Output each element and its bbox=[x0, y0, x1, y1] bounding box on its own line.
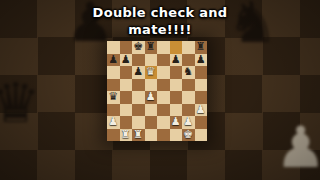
square-h1[interactable] bbox=[195, 129, 208, 142]
square-a6[interactable] bbox=[107, 66, 120, 79]
square-d5[interactable] bbox=[145, 79, 158, 92]
square-g2[interactable]: ♟ bbox=[182, 116, 195, 129]
black-pawn-c6: ♟ bbox=[132, 66, 145, 79]
square-f8[interactable] bbox=[170, 41, 183, 54]
square-b4[interactable] bbox=[120, 91, 133, 104]
white-rook-b1: ♜ bbox=[120, 129, 133, 142]
background-black-queen-silhouette-icon: ♛ bbox=[0, 76, 40, 131]
square-f1[interactable] bbox=[170, 129, 183, 142]
black-pawn-a7: ♟ bbox=[107, 54, 120, 67]
square-c4[interactable] bbox=[132, 91, 145, 104]
square-b6[interactable] bbox=[120, 66, 133, 79]
square-d2[interactable] bbox=[145, 116, 158, 129]
square-h5[interactable] bbox=[195, 79, 208, 92]
white-pawn-a2: ♟ bbox=[107, 116, 120, 129]
square-g8[interactable] bbox=[182, 41, 195, 54]
square-g1[interactable]: ♚ bbox=[182, 129, 195, 142]
square-d4[interactable]: ♟ bbox=[145, 91, 158, 104]
square-d1[interactable] bbox=[145, 129, 158, 142]
square-d3[interactable] bbox=[145, 104, 158, 117]
white-pawn-h3: ♟ bbox=[195, 104, 208, 117]
square-e5[interactable] bbox=[157, 79, 170, 92]
square-g3[interactable] bbox=[182, 104, 195, 117]
square-e3[interactable] bbox=[157, 104, 170, 117]
white-pawn-d4: ♟ bbox=[145, 91, 158, 104]
black-knight-g6: ♞ bbox=[182, 66, 195, 79]
square-e8[interactable] bbox=[157, 41, 170, 54]
square-c6[interactable]: ♟ bbox=[132, 66, 145, 79]
square-a5[interactable] bbox=[107, 79, 120, 92]
square-c1[interactable]: ♜ bbox=[132, 129, 145, 142]
black-rook-d8: ♜ bbox=[145, 41, 158, 54]
square-g5[interactable] bbox=[182, 79, 195, 92]
square-h2[interactable] bbox=[195, 116, 208, 129]
black-pawn-h7: ♟ bbox=[195, 54, 208, 67]
caption: Double check and mate!!!! bbox=[6, 4, 314, 38]
square-f6[interactable] bbox=[170, 66, 183, 79]
black-queen-a4: ♛ bbox=[107, 91, 120, 104]
square-f7[interactable]: ♟ bbox=[170, 54, 183, 67]
square-h4[interactable] bbox=[195, 91, 208, 104]
square-e2[interactable] bbox=[157, 116, 170, 129]
video-frame: ♟♞♛♟ Double check and mate!!!! ♚♜♜♟♟♟♟♟♛… bbox=[0, 0, 320, 180]
square-f5[interactable] bbox=[170, 79, 183, 92]
square-e4[interactable] bbox=[157, 91, 170, 104]
caption-line-1: Double check and bbox=[6, 4, 314, 21]
square-a1[interactable] bbox=[107, 129, 120, 142]
square-c5[interactable] bbox=[132, 79, 145, 92]
white-king-g1: ♚ bbox=[182, 129, 195, 142]
square-b1[interactable]: ♜ bbox=[120, 129, 133, 142]
square-b2[interactable] bbox=[120, 116, 133, 129]
square-c2[interactable] bbox=[132, 116, 145, 129]
square-b5[interactable] bbox=[120, 79, 133, 92]
square-h7[interactable]: ♟ bbox=[195, 54, 208, 67]
square-h6[interactable] bbox=[195, 66, 208, 79]
square-g7[interactable] bbox=[182, 54, 195, 67]
square-e7[interactable] bbox=[157, 54, 170, 67]
square-a8[interactable] bbox=[107, 41, 120, 54]
black-rook-h8: ♜ bbox=[195, 41, 208, 54]
square-h8[interactable]: ♜ bbox=[195, 41, 208, 54]
square-a4[interactable]: ♛ bbox=[107, 91, 120, 104]
square-e1[interactable] bbox=[157, 129, 170, 142]
square-f2[interactable]: ♟ bbox=[170, 116, 183, 129]
black-pawn-b7: ♟ bbox=[120, 54, 133, 67]
white-rook-c1: ♜ bbox=[132, 129, 145, 142]
square-a7[interactable]: ♟ bbox=[107, 54, 120, 67]
square-b7[interactable]: ♟ bbox=[120, 54, 133, 67]
square-a3[interactable] bbox=[107, 104, 120, 117]
square-b3[interactable] bbox=[120, 104, 133, 117]
caption-line-2: mate!!!! bbox=[6, 21, 314, 38]
white-queen-d6: ♛ bbox=[145, 66, 158, 79]
square-a2[interactable]: ♟ bbox=[107, 116, 120, 129]
black-pawn-f7: ♟ bbox=[170, 54, 183, 67]
background-white-pawn-silhouette-icon: ♟ bbox=[275, 119, 320, 176]
white-pawn-f2: ♟ bbox=[170, 116, 183, 129]
square-d6[interactable]: ♛ bbox=[145, 66, 158, 79]
square-h3[interactable]: ♟ bbox=[195, 104, 208, 117]
square-e6[interactable] bbox=[157, 66, 170, 79]
square-d8[interactable]: ♜ bbox=[145, 41, 158, 54]
square-g6[interactable]: ♞ bbox=[182, 66, 195, 79]
square-c8[interactable]: ♚ bbox=[132, 41, 145, 54]
square-f3[interactable] bbox=[170, 104, 183, 117]
chess-board[interactable]: ♚♜♜♟♟♟♟♟♛♞♛♟♟♟♟♟♜♜♚ bbox=[107, 41, 207, 141]
square-g4[interactable] bbox=[182, 91, 195, 104]
square-c3[interactable] bbox=[132, 104, 145, 117]
square-f4[interactable] bbox=[170, 91, 183, 104]
black-king-c8: ♚ bbox=[132, 41, 145, 54]
square-b8[interactable] bbox=[120, 41, 133, 54]
white-pawn-g2: ♟ bbox=[182, 116, 195, 129]
square-d7[interactable] bbox=[145, 54, 158, 67]
square-c7[interactable] bbox=[132, 54, 145, 67]
